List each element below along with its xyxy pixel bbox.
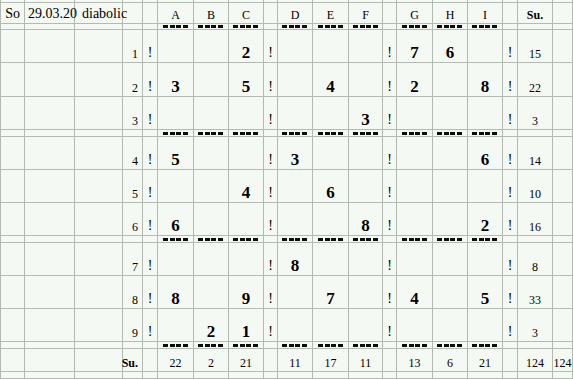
sudoku-cell-D5[interactable] — [278, 170, 313, 203]
box-border-vertical: ! — [383, 276, 397, 309]
row-sum-9: 3 — [518, 309, 553, 342]
box-border-vertical: ! — [503, 203, 518, 236]
box-border-vertical: ! — [503, 170, 518, 203]
box-border-horizontal-icon — [353, 238, 379, 241]
sudoku-cell-B3[interactable] — [194, 97, 229, 130]
row-label-6: 6 — [123, 203, 143, 236]
grid-cell — [518, 342, 553, 349]
grid-cell — [553, 276, 573, 309]
row-label-9: 9 — [123, 309, 143, 342]
column-label-C: C — [229, 3, 264, 24]
sudoku-cell-C3[interactable] — [229, 97, 264, 130]
grid-cell — [553, 63, 573, 97]
grid-cell — [25, 276, 75, 309]
sudoku-cell-C9[interactable]: 1 — [229, 309, 264, 342]
grid-cell — [0, 342, 25, 349]
box-border-horizontal — [397, 236, 433, 243]
box-border-horizontal — [158, 236, 194, 243]
sudoku-cell-A9[interactable] — [158, 309, 194, 342]
grid-cell — [313, 372, 349, 379]
grid-cell — [349, 372, 383, 379]
sudoku-cell-G1[interactable]: 7 — [397, 30, 433, 63]
grid-cell — [503, 342, 518, 349]
sudoku-cell-E8[interactable]: 7 — [313, 276, 349, 309]
sudoku-cell-F6[interactable]: 8 — [349, 203, 383, 236]
grid-cell — [229, 372, 264, 379]
box-border-horizontal-icon — [282, 238, 308, 241]
box-border-horizontal — [397, 130, 433, 137]
box-border-vertical: ! — [264, 63, 278, 97]
grid-cell — [123, 372, 143, 379]
box-border-vertical: ! — [143, 30, 158, 63]
grid-cell — [123, 236, 143, 243]
grid-cell — [278, 372, 313, 379]
box-border-vertical: ! — [383, 309, 397, 342]
sudoku-cell-C4[interactable] — [229, 137, 264, 170]
sudoku-cell-H5[interactable] — [433, 170, 468, 203]
box-border-horizontal — [468, 236, 503, 243]
box-border-horizontal-icon — [472, 344, 498, 347]
sudoku-cell-I5[interactable] — [468, 170, 503, 203]
grid-cell — [143, 342, 158, 349]
box-border-vertical: ! — [264, 243, 278, 276]
box-border-vertical: ! — [383, 203, 397, 236]
box-border-horizontal-icon — [472, 25, 498, 28]
box-border-horizontal-icon — [353, 344, 379, 347]
sudoku-cell-G6[interactable] — [397, 203, 433, 236]
grand-total-check: 124 — [553, 349, 573, 372]
grid-cell — [0, 170, 25, 203]
sudoku-cell-C8[interactable]: 9 — [229, 276, 264, 309]
sudoku-cell-H1[interactable]: 6 — [433, 30, 468, 63]
row-sum-2: 22 — [518, 63, 553, 97]
box-border-vertical: ! — [143, 97, 158, 130]
row-sum-header: Su. — [518, 3, 553, 24]
sudoku-cell-A1[interactable] — [158, 30, 194, 63]
grid-cell — [264, 349, 278, 372]
box-border-vertical: ! — [383, 97, 397, 130]
grid-cell — [75, 170, 123, 203]
sudoku-cell-D1[interactable] — [278, 30, 313, 63]
grid-cell — [143, 372, 158, 379]
box-border-vertical: ! — [264, 203, 278, 236]
sudoku-cell-B7[interactable] — [194, 243, 229, 276]
box-border-vertical: ! — [383, 243, 397, 276]
box-border-vertical: ! — [383, 63, 397, 97]
grid-cell — [503, 372, 518, 379]
box-border-horizontal — [194, 236, 229, 243]
sudoku-cell-I4[interactable]: 6 — [468, 137, 503, 170]
grid-cell — [0, 372, 25, 379]
col-sum-I: 21 — [468, 349, 503, 372]
grid-cell — [0, 276, 25, 309]
box-border-horizontal-icon — [198, 238, 224, 241]
box-border-horizontal-icon — [198, 25, 224, 28]
grid-cell — [123, 342, 143, 349]
grid-cell — [433, 372, 468, 379]
col-sum-G: 13 — [397, 349, 433, 372]
grid-cell — [553, 309, 573, 342]
grid-cell — [468, 372, 503, 379]
box-border-horizontal-icon — [437, 344, 463, 347]
box-border-horizontal — [229, 342, 264, 349]
header-difficulty: diabolic — [75, 3, 123, 24]
col-sum-A: 22 — [158, 349, 194, 372]
sudoku-cell-C5[interactable]: 4 — [229, 170, 264, 203]
grid-cell — [0, 309, 25, 342]
box-border-vertical: ! — [143, 309, 158, 342]
box-border-horizontal-icon — [472, 238, 498, 241]
sudoku-cell-A5[interactable] — [158, 170, 194, 203]
box-border-vertical: ! — [503, 97, 518, 130]
grid-cell — [75, 137, 123, 170]
grid-cell — [264, 342, 278, 349]
grand-total: 124 — [518, 349, 553, 372]
row-label-3: 3 — [123, 97, 143, 130]
sudoku-cell-B8[interactable] — [194, 276, 229, 309]
box-border-vertical: ! — [143, 243, 158, 276]
column-label-E: E — [313, 3, 349, 24]
grid-cell — [25, 170, 75, 203]
sudoku-cell-H6[interactable] — [433, 203, 468, 236]
sudoku-cell-B5[interactable] — [194, 170, 229, 203]
column-label-I: I — [468, 3, 503, 24]
grid-cell — [158, 372, 194, 379]
sudoku-cell-F8[interactable] — [349, 276, 383, 309]
grid-cell — [75, 130, 123, 137]
grid-cell — [75, 203, 123, 236]
grid-cell — [553, 30, 573, 63]
box-border-horizontal — [433, 342, 468, 349]
grid-cell — [383, 372, 397, 379]
sudoku-cell-F9[interactable] — [349, 309, 383, 342]
box-border-vertical: ! — [264, 276, 278, 309]
box-border-horizontal-icon — [233, 238, 259, 241]
box-border-horizontal — [397, 342, 433, 349]
sudoku-cell-H4[interactable] — [433, 137, 468, 170]
box-border-horizontal — [349, 130, 383, 137]
box-border-horizontal-icon — [163, 344, 189, 347]
grid-cell — [264, 372, 278, 379]
grid-cell — [75, 372, 123, 379]
sudoku-cell-G2[interactable]: 2 — [397, 63, 433, 97]
sudoku-cell-I2[interactable]: 8 — [468, 63, 503, 97]
grid-cell — [503, 349, 518, 372]
box-border-horizontal — [349, 236, 383, 243]
grid-cell — [383, 342, 397, 349]
box-border-vertical: ! — [143, 63, 158, 97]
box-border-horizontal-icon — [318, 25, 344, 28]
sum-row-label: Su. — [123, 349, 143, 372]
grid-cell — [553, 130, 573, 137]
box-border-vertical: ! — [264, 30, 278, 63]
grid-cell — [143, 3, 158, 24]
sudoku-cell-H9[interactable] — [433, 309, 468, 342]
box-border-horizontal — [468, 130, 503, 137]
box-border-vertical: ! — [503, 309, 518, 342]
sudoku-cell-B1[interactable] — [194, 30, 229, 63]
sudoku-cell-C6[interactable] — [229, 203, 264, 236]
sudoku-cell-F2[interactable] — [349, 63, 383, 97]
sudoku-cell-I8[interactable]: 5 — [468, 276, 503, 309]
col-sum-C: 21 — [229, 349, 264, 372]
box-border-horizontal-icon — [163, 132, 189, 135]
sudoku-cell-E4[interactable] — [313, 137, 349, 170]
sudoku-cell-E1[interactable] — [313, 30, 349, 63]
header-day: So — [0, 3, 25, 24]
sudoku-cell-A6[interactable]: 6 — [158, 203, 194, 236]
grid-cell — [143, 349, 158, 372]
sudoku-cell-I9[interactable] — [468, 309, 503, 342]
grid-cell — [75, 342, 123, 349]
column-label-G: G — [397, 3, 433, 24]
sudoku-cell-D4[interactable]: 3 — [278, 137, 313, 170]
grid-cell — [75, 349, 123, 372]
grid-cell — [553, 372, 573, 379]
grid-cell — [194, 372, 229, 379]
sudoku-cell-B2[interactable] — [194, 63, 229, 97]
box-border-horizontal — [349, 342, 383, 349]
sudoku-cell-C2[interactable]: 5 — [229, 63, 264, 97]
box-border-horizontal-icon — [353, 25, 379, 28]
sudoku-cell-A3[interactable] — [158, 97, 194, 130]
sudoku-cell-F7[interactable] — [349, 243, 383, 276]
row-sum-1: 15 — [518, 30, 553, 63]
grid-cell — [25, 236, 75, 243]
box-border-horizontal-icon — [163, 25, 189, 28]
sudoku-cell-G4[interactable] — [397, 137, 433, 170]
box-border-horizontal-icon — [437, 238, 463, 241]
box-border-horizontal-icon — [282, 25, 308, 28]
column-label-H: H — [433, 3, 468, 24]
box-border-horizontal — [158, 130, 194, 137]
box-border-horizontal-icon — [233, 132, 259, 135]
box-border-horizontal — [278, 236, 313, 243]
row-label-2: 2 — [123, 63, 143, 97]
row-sum-7: 8 — [518, 243, 553, 276]
grid-cell — [0, 349, 25, 372]
sudoku-cell-H7[interactable] — [433, 243, 468, 276]
box-border-vertical: ! — [143, 170, 158, 203]
sudoku-cell-H8[interactable] — [433, 276, 468, 309]
sudoku-cell-C7[interactable] — [229, 243, 264, 276]
box-border-horizontal — [229, 130, 264, 137]
box-border-vertical: ! — [264, 97, 278, 130]
grid-cell — [518, 372, 553, 379]
row-label-1: 1 — [123, 30, 143, 63]
sudoku-cell-B6[interactable] — [194, 203, 229, 236]
grid-cell — [264, 236, 278, 243]
grid-cell — [75, 309, 123, 342]
grid-cell — [503, 236, 518, 243]
grid-cell — [0, 30, 25, 63]
row-label-4: 4 — [123, 137, 143, 170]
grid-cell — [25, 137, 75, 170]
box-border-horizontal-icon — [198, 344, 224, 347]
grid-cell — [75, 63, 123, 97]
grid-cell — [264, 130, 278, 137]
box-border-vertical: ! — [503, 30, 518, 63]
grid-cell — [518, 236, 553, 243]
box-border-vertical: ! — [503, 276, 518, 309]
box-border-vertical: ! — [383, 137, 397, 170]
sudoku-cell-I1[interactable] — [468, 30, 503, 63]
grid-cell — [25, 97, 75, 130]
col-sum-E: 17 — [313, 349, 349, 372]
sudoku-cell-G3[interactable] — [397, 97, 433, 130]
box-border-horizontal-icon — [437, 25, 463, 28]
box-border-horizontal — [313, 342, 349, 349]
grid-cell — [0, 137, 25, 170]
header-date: 29.03.20 — [25, 3, 75, 24]
sudoku-cell-D3[interactable] — [278, 97, 313, 130]
sudoku-cell-B9[interactable]: 2 — [194, 309, 229, 342]
sudoku-cell-F5[interactable] — [349, 170, 383, 203]
sudoku-cell-C1[interactable]: 2 — [229, 30, 264, 63]
box-border-horizontal-icon — [402, 344, 428, 347]
sudoku-cell-D6[interactable] — [278, 203, 313, 236]
box-border-horizontal — [158, 342, 194, 349]
sudoku-cell-A2[interactable]: 3 — [158, 63, 194, 97]
box-border-horizontal-icon — [282, 132, 308, 135]
sudoku-cell-D2[interactable] — [278, 63, 313, 97]
grid-cell — [143, 236, 158, 243]
grid-cell — [383, 236, 397, 243]
box-border-horizontal — [194, 130, 229, 137]
grid-cell — [0, 243, 25, 276]
sudoku-cell-H3[interactable] — [433, 97, 468, 130]
column-label-F: F — [349, 3, 383, 24]
box-border-horizontal-icon — [233, 344, 259, 347]
box-border-horizontal — [313, 130, 349, 137]
sudoku-cell-E2[interactable]: 4 — [313, 63, 349, 97]
grid-cell — [0, 63, 25, 97]
box-border-vertical: ! — [383, 170, 397, 203]
grid-cell — [383, 349, 397, 372]
box-border-horizontal-icon — [402, 238, 428, 241]
sudoku-cell-I7[interactable] — [468, 243, 503, 276]
grid-cell — [383, 3, 397, 24]
box-border-vertical: ! — [143, 203, 158, 236]
grid-cell — [503, 130, 518, 137]
box-border-vertical: ! — [503, 137, 518, 170]
sudoku-cell-G7[interactable] — [397, 243, 433, 276]
grid-cell — [25, 30, 75, 63]
grid-cell — [75, 236, 123, 243]
row-sum-6: 16 — [518, 203, 553, 236]
box-border-horizontal — [278, 342, 313, 349]
box-border-vertical: ! — [383, 30, 397, 63]
grid-cell — [397, 372, 433, 379]
col-sum-H: 6 — [433, 349, 468, 372]
box-border-horizontal-icon — [402, 132, 428, 135]
sudoku-cell-A4[interactable]: 5 — [158, 137, 194, 170]
sudoku-cell-E7[interactable] — [313, 243, 349, 276]
sudoku-cell-E6[interactable] — [313, 203, 349, 236]
box-border-horizontal-icon — [282, 344, 308, 347]
grid-cell — [123, 3, 143, 24]
sudoku-cell-H2[interactable] — [433, 63, 468, 97]
row-label-5: 5 — [123, 170, 143, 203]
grid-cell — [553, 137, 573, 170]
grid-cell — [25, 63, 75, 97]
box-border-horizontal — [194, 342, 229, 349]
grid-cell — [25, 349, 75, 372]
sudoku-cell-G8[interactable]: 4 — [397, 276, 433, 309]
row-sum-3: 3 — [518, 97, 553, 130]
box-border-horizontal-icon — [163, 238, 189, 241]
sudoku-cell-B4[interactable] — [194, 137, 229, 170]
sudoku-cell-A8[interactable]: 8 — [158, 276, 194, 309]
col-sum-F: 11 — [349, 349, 383, 372]
grid-cell — [75, 97, 123, 130]
sudoku-cell-F4[interactable] — [349, 137, 383, 170]
grid-cell — [0, 130, 25, 137]
column-label-D: D — [278, 3, 313, 24]
sudoku-cell-E5[interactable]: 6 — [313, 170, 349, 203]
grid-cell — [75, 243, 123, 276]
grid-cell — [553, 243, 573, 276]
sudoku-cell-F1[interactable] — [349, 30, 383, 63]
box-border-vertical: ! — [503, 243, 518, 276]
box-border-horizontal — [278, 130, 313, 137]
box-border-horizontal — [229, 236, 264, 243]
spreadsheet-sudoku-sheet: So29.03.20diabolicABCDEFGHISu.1!2!!76!15… — [0, 0, 573, 379]
sudoku-cell-E3[interactable] — [313, 97, 349, 130]
sudoku-cell-A7[interactable] — [158, 243, 194, 276]
column-label-B: B — [194, 3, 229, 24]
box-border-vertical: ! — [143, 276, 158, 309]
grid-cell — [0, 203, 25, 236]
row-sum-4: 14 — [518, 137, 553, 170]
box-border-horizontal-icon — [353, 132, 379, 135]
sudoku-cell-D7[interactable]: 8 — [278, 243, 313, 276]
column-label-A: A — [158, 3, 194, 24]
row-label-8: 8 — [123, 276, 143, 309]
box-border-vertical: ! — [503, 63, 518, 97]
sudoku-cell-D9[interactable] — [278, 309, 313, 342]
grid-cell — [553, 97, 573, 130]
box-border-vertical: ! — [264, 309, 278, 342]
box-border-vertical: ! — [264, 170, 278, 203]
grid-cell — [25, 372, 75, 379]
box-border-horizontal-icon — [318, 344, 344, 347]
row-label-7: 7 — [123, 243, 143, 276]
grid-cell — [0, 97, 25, 130]
box-border-horizontal-icon — [437, 132, 463, 135]
sudoku-cell-G5[interactable] — [397, 170, 433, 203]
sudoku-cell-G9[interactable] — [397, 309, 433, 342]
box-border-vertical: ! — [264, 137, 278, 170]
box-border-horizontal-icon — [198, 132, 224, 135]
grid-cell — [518, 130, 553, 137]
grid-cell — [75, 276, 123, 309]
grid-cell — [25, 130, 75, 137]
sudoku-cell-F3[interactable]: 3 — [349, 97, 383, 130]
box-border-horizontal — [433, 130, 468, 137]
box-border-horizontal — [468, 342, 503, 349]
box-border-horizontal-icon — [402, 25, 428, 28]
grid-cell — [553, 236, 573, 243]
sudoku-cell-E9[interactable] — [313, 309, 349, 342]
box-border-horizontal-icon — [472, 132, 498, 135]
sudoku-cell-I6[interactable]: 2 — [468, 203, 503, 236]
box-border-horizontal — [313, 236, 349, 243]
sudoku-cell-D8[interactable] — [278, 276, 313, 309]
col-sum-B: 2 — [194, 349, 229, 372]
grid-cell — [0, 236, 25, 243]
sudoku-cell-I3[interactable] — [468, 97, 503, 130]
